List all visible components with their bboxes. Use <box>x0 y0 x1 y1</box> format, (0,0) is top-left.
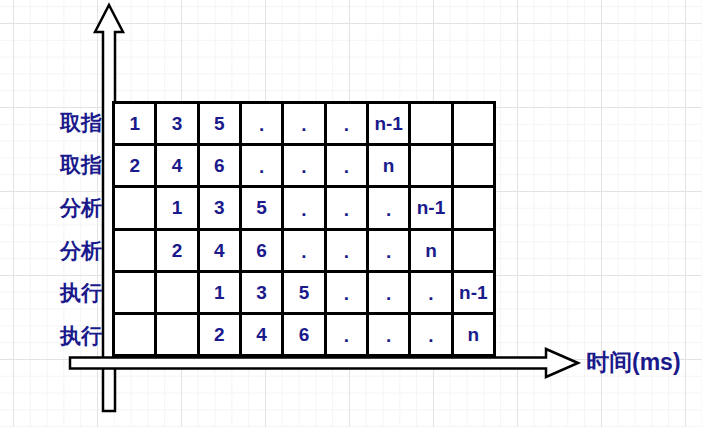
pipeline-cell-r4-c8: n <box>411 231 450 270</box>
pipeline-cell-r3-c2: 1 <box>157 188 196 227</box>
pipeline-cell-r4-c1 <box>115 231 154 270</box>
pipeline-cell-r3-c6: . <box>327 188 366 227</box>
pipeline-cell-r3-c5: . <box>284 188 323 227</box>
stage-label-row-4: 分析 <box>60 240 102 261</box>
pipeline-cell-r3-c9 <box>454 188 493 227</box>
pipeline-cell-r2-c1: 2 <box>115 146 154 185</box>
pipeline-cell-r6-c7: . <box>369 315 408 354</box>
pipeline-cell-r6-c6: . <box>327 315 366 354</box>
pipeline-cell-r1-c5: . <box>284 104 323 143</box>
pipeline-cell-r2-c6: . <box>327 146 366 185</box>
pipeline-cell-r6-c3: 2 <box>200 315 239 354</box>
pipeline-cell-r2-c5: . <box>284 146 323 185</box>
stage-label-row-3: 分析 <box>60 197 102 218</box>
pipeline-cell-r4-c2: 2 <box>157 231 196 270</box>
pipeline-cell-r4-c6: . <box>327 231 366 270</box>
stage-label-row-6: 执行 <box>60 325 102 346</box>
pipeline-cell-r1-c8 <box>411 104 450 143</box>
pipeline-cell-r5-c1 <box>115 273 154 312</box>
pipeline-cell-r5-c8: . <box>411 273 450 312</box>
pipeline-cell-r2-c3: 6 <box>200 146 239 185</box>
pipeline-cell-r5-c5: 5 <box>284 273 323 312</box>
pipeline-cell-r2-c9 <box>454 146 493 185</box>
pipeline-cell-r5-c6: . <box>327 273 366 312</box>
pipeline-cell-r5-c4: 3 <box>242 273 281 312</box>
pipeline-cell-r5-c9: n-1 <box>454 273 493 312</box>
pipeline-cell-r1-c6: . <box>327 104 366 143</box>
pipeline-cell-r6-c4: 4 <box>242 315 281 354</box>
pipeline-cell-r4-c7: . <box>369 231 408 270</box>
pipeline-table: 135...n-1246...n135...n-1246...n135...n-… <box>112 101 496 357</box>
pipeline-cell-r6-c5: 6 <box>284 315 323 354</box>
pipeline-cell-r5-c2 <box>157 273 196 312</box>
pipeline-cell-r2-c8 <box>411 146 450 185</box>
pipeline-cell-r5-c3: 1 <box>200 273 239 312</box>
stage-label-row-2: 取指 <box>60 154 102 175</box>
stage-label-row-1: 取指 <box>60 112 102 133</box>
pipeline-cell-r6-c8: . <box>411 315 450 354</box>
pipeline-cell-r5-c7: . <box>369 273 408 312</box>
pipeline-cell-r1-c2: 3 <box>157 104 196 143</box>
pipeline-cell-r4-c3: 4 <box>200 231 239 270</box>
pipeline-cell-r4-c4: 6 <box>242 231 281 270</box>
pipeline-cell-r1-c9 <box>454 104 493 143</box>
pipeline-cell-r3-c8: n-1 <box>411 188 450 227</box>
pipeline-cell-r6-c9: n <box>454 315 493 354</box>
pipeline-cell-r3-c4: 5 <box>242 188 281 227</box>
pipeline-cell-r3-c3: 3 <box>200 188 239 227</box>
pipeline-cell-r1-c3: 5 <box>200 104 239 143</box>
pipeline-diagram-canvas: 取指取指分析分析执行执行 135...n-1246...n135...n-124… <box>0 0 702 427</box>
pipeline-cell-r3-c1 <box>115 188 154 227</box>
pipeline-cell-r1-c7: n-1 <box>369 104 408 143</box>
pipeline-cell-r1-c4: . <box>242 104 281 143</box>
pipeline-cell-r4-c5: . <box>284 231 323 270</box>
pipeline-cell-r1-c1: 1 <box>115 104 154 143</box>
stage-row-labels: 取指取指分析分析执行执行 <box>20 101 102 357</box>
pipeline-cell-r6-c2 <box>157 315 196 354</box>
pipeline-cell-r2-c7: n <box>369 146 408 185</box>
pipeline-cell-r4-c9 <box>454 231 493 270</box>
x-axis-label: 时间(ms) <box>586 350 681 375</box>
stage-label-row-5: 执行 <box>60 282 102 303</box>
pipeline-cell-r6-c1 <box>115 315 154 354</box>
pipeline-cell-r2-c2: 4 <box>157 146 196 185</box>
pipeline-cell-r3-c7: . <box>369 188 408 227</box>
pipeline-cell-r2-c4: . <box>242 146 281 185</box>
